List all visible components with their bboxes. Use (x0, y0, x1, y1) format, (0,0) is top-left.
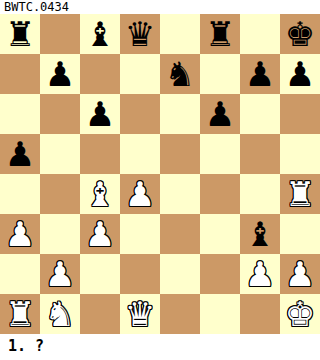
puzzle-title: BWTC.0434 (0, 0, 320, 14)
square-h2[interactable]: ♟ (280, 254, 320, 294)
square-c5[interactable] (80, 134, 120, 174)
square-g1[interactable] (240, 294, 280, 334)
square-g7[interactable]: ♟ (240, 54, 280, 94)
square-h5[interactable] (280, 134, 320, 174)
square-e7[interactable]: ♞ (160, 54, 200, 94)
piece-black-pawn: ♟ (245, 54, 275, 94)
square-c2[interactable] (80, 254, 120, 294)
square-h8[interactable]: ♚ (280, 14, 320, 54)
square-h7[interactable]: ♟ (280, 54, 320, 94)
piece-black-pawn: ♟ (85, 94, 115, 134)
square-f4[interactable] (200, 174, 240, 214)
square-d8[interactable]: ♛ (120, 14, 160, 54)
square-b1[interactable]: ♞ (40, 294, 80, 334)
square-a3[interactable]: ♟ (0, 214, 40, 254)
piece-white-pawn: ♟ (45, 254, 75, 294)
square-f8[interactable]: ♜ (200, 14, 240, 54)
piece-black-pawn: ♟ (45, 54, 75, 94)
square-b8[interactable] (40, 14, 80, 54)
piece-white-pawn: ♟ (245, 254, 275, 294)
square-f7[interactable] (200, 54, 240, 94)
piece-white-rook: ♜ (285, 174, 315, 214)
square-d2[interactable] (120, 254, 160, 294)
square-e6[interactable] (160, 94, 200, 134)
square-e2[interactable] (160, 254, 200, 294)
square-g3[interactable]: ♝ (240, 214, 280, 254)
square-e3[interactable] (160, 214, 200, 254)
square-b2[interactable]: ♟ (40, 254, 80, 294)
square-c6[interactable]: ♟ (80, 94, 120, 134)
piece-black-pawn: ♟ (285, 54, 315, 94)
square-e5[interactable] (160, 134, 200, 174)
square-g6[interactable] (240, 94, 280, 134)
square-h6[interactable] (280, 94, 320, 134)
square-g5[interactable] (240, 134, 280, 174)
square-a5[interactable]: ♟ (0, 134, 40, 174)
piece-black-pawn: ♟ (5, 134, 35, 174)
piece-white-pawn: ♟ (285, 254, 315, 294)
square-b5[interactable] (40, 134, 80, 174)
square-a2[interactable] (0, 254, 40, 294)
piece-white-knight: ♞ (45, 294, 75, 334)
piece-black-king: ♚ (285, 14, 315, 54)
square-g8[interactable] (240, 14, 280, 54)
square-f6[interactable]: ♟ (200, 94, 240, 134)
square-h3[interactable] (280, 214, 320, 254)
chess-board: ♜♝♛♜♚♟♞♟♟♟♟♟♝♟♜♟♟♝♟♟♟♜♞♛♚ (0, 14, 320, 334)
square-f2[interactable] (200, 254, 240, 294)
square-a7[interactable] (0, 54, 40, 94)
square-d7[interactable] (120, 54, 160, 94)
square-e4[interactable] (160, 174, 200, 214)
piece-black-queen: ♛ (125, 14, 155, 54)
square-h1[interactable]: ♚ (280, 294, 320, 334)
piece-black-bishop: ♝ (245, 214, 275, 254)
square-b7[interactable]: ♟ (40, 54, 80, 94)
square-a6[interactable] (0, 94, 40, 134)
piece-black-bishop: ♝ (85, 14, 115, 54)
square-c3[interactable]: ♟ (80, 214, 120, 254)
piece-white-bishop: ♝ (85, 174, 115, 214)
square-c4[interactable]: ♝ (80, 174, 120, 214)
square-d5[interactable] (120, 134, 160, 174)
piece-white-pawn: ♟ (125, 174, 155, 214)
piece-black-rook: ♜ (205, 14, 235, 54)
piece-black-knight: ♞ (165, 54, 195, 94)
piece-white-queen: ♛ (125, 294, 155, 334)
piece-black-pawn: ♟ (205, 94, 235, 134)
square-a8[interactable]: ♜ (0, 14, 40, 54)
square-e1[interactable] (160, 294, 200, 334)
square-g4[interactable] (240, 174, 280, 214)
piece-black-rook: ♜ (5, 14, 35, 54)
square-d6[interactable] (120, 94, 160, 134)
square-d3[interactable] (120, 214, 160, 254)
square-c8[interactable]: ♝ (80, 14, 120, 54)
piece-white-rook: ♜ (5, 294, 35, 334)
square-f5[interactable] (200, 134, 240, 174)
square-h4[interactable]: ♜ (280, 174, 320, 214)
move-prompt: 1. ? (0, 334, 320, 360)
square-f3[interactable] (200, 214, 240, 254)
square-f1[interactable] (200, 294, 240, 334)
piece-white-pawn: ♟ (85, 214, 115, 254)
square-b6[interactable] (40, 94, 80, 134)
square-d4[interactable]: ♟ (120, 174, 160, 214)
square-g2[interactable]: ♟ (240, 254, 280, 294)
square-b4[interactable] (40, 174, 80, 214)
square-a4[interactable] (0, 174, 40, 214)
piece-white-pawn: ♟ (5, 214, 35, 254)
square-c1[interactable] (80, 294, 120, 334)
piece-white-king: ♚ (285, 294, 315, 334)
square-b3[interactable] (40, 214, 80, 254)
square-e8[interactable] (160, 14, 200, 54)
square-c7[interactable] (80, 54, 120, 94)
square-d1[interactable]: ♛ (120, 294, 160, 334)
square-a1[interactable]: ♜ (0, 294, 40, 334)
